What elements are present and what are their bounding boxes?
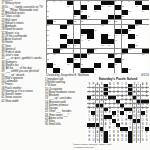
grid-cell[interactable]: [60, 5, 66, 9]
grid-cell[interactable]: [115, 25, 121, 29]
cell-number: 40: [115, 34, 117, 36]
cell-number: 61: [142, 53, 144, 55]
block-cell: [53, 68, 59, 72]
grid-cell[interactable]: [122, 44, 128, 48]
block-cell: [87, 29, 93, 33]
grid-cell[interactable]: [128, 20, 134, 24]
grid-cell[interactable]: 71: [94, 68, 100, 72]
grid-cell[interactable]: 10: [67, 5, 73, 9]
grid-cell[interactable]: [142, 58, 148, 62]
block-cell: [60, 25, 66, 29]
grid-cell[interactable]: [67, 15, 73, 19]
cell-number: 34: [94, 29, 96, 31]
cell-number: 70: [60, 68, 62, 70]
grid-cell[interactable]: [60, 15, 66, 19]
block-cell: [128, 34, 134, 38]
cell-number: 43: [47, 39, 49, 41]
cell-number: 42: [135, 34, 137, 36]
grid-cell[interactable]: [87, 44, 93, 48]
grid-cell[interactable]: 57: [53, 54, 59, 58]
block-cell: [122, 68, 128, 72]
cell-number: 71: [94, 68, 96, 70]
grid-cell[interactable]: [142, 44, 148, 48]
cell-number: 64: [81, 58, 83, 60]
grid-cell[interactable]: [94, 34, 100, 38]
solved-puzzle-grid: SPASACRIDSLABTOLLMOOSETIDEODESBUNCOARIAP…: [87, 84, 149, 144]
grid-cell[interactable]: 12: [108, 5, 114, 9]
grid-cell[interactable]: [101, 63, 107, 67]
block-cell: [87, 68, 93, 72]
puzzle-date: 6/1/15: [141, 74, 149, 77]
grid-cell[interactable]: 17: [94, 10, 100, 14]
cell-number: 8: [129, 0, 130, 2]
cell-number: 30: [67, 24, 69, 26]
grid-cell[interactable]: 23: [122, 15, 128, 19]
cell-number: 36: [47, 34, 49, 36]
grid-cell[interactable]: [122, 25, 128, 29]
cell-number: 29: [47, 24, 49, 26]
grid-cell[interactable]: [128, 54, 134, 58]
grid-cell[interactable]: [115, 44, 121, 48]
grid-cell[interactable]: [142, 15, 148, 19]
grid-cell[interactable]: [53, 25, 59, 29]
block-cell: [81, 68, 87, 72]
grid-cell[interactable]: [135, 10, 141, 14]
cell-number: 12: [108, 5, 110, 7]
grid-cell[interactable]: 46: [115, 39, 121, 43]
crossword-page: 15 Mideast ruler16 Evicts17 Military for…: [0, 0, 150, 150]
grid-cell[interactable]: [47, 68, 53, 72]
grid-cell[interactable]: [60, 20, 66, 24]
block-cell: [101, 34, 107, 38]
grid-cell[interactable]: 44: [81, 39, 87, 43]
cell-number: 44: [81, 39, 83, 41]
grid-cell[interactable]: [108, 58, 114, 62]
cell-number: 11: [101, 5, 103, 7]
grid-cell[interactable]: [60, 10, 66, 14]
grid-cell[interactable]: 54: [94, 49, 100, 53]
grid-cell[interactable]: [81, 44, 87, 48]
grid-cell[interactable]: [67, 54, 73, 58]
grid-cell[interactable]: 32: [135, 25, 141, 29]
grid-cell[interactable]: 70: [60, 68, 66, 72]
grid-cell[interactable]: [87, 20, 93, 24]
grid-cell[interactable]: 13: [122, 5, 128, 9]
cell-number: 46: [115, 39, 117, 41]
byline-row: Created by Jacqueline E. Mathews 6/1/15: [46, 74, 149, 77]
cell-number: 7: [122, 0, 123, 2]
clue-62: 62 Shoe width: [2, 101, 45, 104]
grid-cell[interactable]: [81, 49, 87, 53]
grid-cell[interactable]: 55: [128, 49, 134, 53]
grid-cell[interactable]: 4: [74, 1, 80, 5]
grid-cell[interactable]: [53, 34, 59, 38]
grid-cell[interactable]: 67: [67, 63, 73, 67]
byline: Created by Jacqueline E. Mathews: [46, 74, 89, 77]
cell-number: 23: [122, 15, 124, 17]
grid-cell[interactable]: [108, 25, 114, 29]
grid-cell[interactable]: 20: [47, 15, 53, 19]
grid-cell[interactable]: [94, 58, 100, 62]
grid-cell[interactable]: 51: [108, 44, 114, 48]
cell-number: 37: [67, 34, 69, 36]
grid-cell[interactable]: [135, 15, 141, 19]
cell-number: 45: [88, 39, 90, 41]
grid-cell[interactable]: 63: [74, 58, 80, 62]
grid-cell[interactable]: 24: [53, 20, 59, 24]
grid-cell[interactable]: [67, 68, 73, 72]
grid-cell[interactable]: [94, 54, 100, 58]
block-cell: [47, 63, 53, 67]
clue-30: 30 Small bills: [45, 124, 86, 127]
grid-cell[interactable]: 65: [122, 58, 128, 62]
grid-cell[interactable]: 11: [101, 5, 107, 9]
grid-cell[interactable]: [101, 49, 107, 53]
grid-cell[interactable]: 18: [128, 10, 134, 14]
copyright-line-2: All Rights Reserved.: [73, 147, 143, 150]
cell-number: 65: [122, 58, 124, 60]
grid-cell[interactable]: [60, 58, 66, 62]
grid-cell[interactable]: 59: [115, 54, 121, 58]
grid-cell[interactable]: [53, 39, 59, 43]
grid-cell[interactable]: 62: [47, 58, 53, 62]
grid-cell[interactable]: [53, 29, 59, 33]
grid-cell[interactable]: [74, 5, 80, 9]
cell-number: 60: [122, 53, 124, 55]
cell-number: 31: [101, 24, 103, 26]
cell-number: 50: [101, 44, 103, 46]
cell-number: 56: [47, 53, 49, 55]
grid-cell[interactable]: 69: [115, 63, 121, 67]
block-cell: [115, 5, 121, 9]
grid-cell[interactable]: 47: [47, 44, 53, 48]
cell-number: 69: [115, 63, 117, 65]
grid-cell[interactable]: [122, 20, 128, 24]
cell-number: 28: [115, 20, 117, 22]
grid-cell[interactable]: [101, 15, 107, 19]
grid-cell[interactable]: 2: [53, 1, 59, 5]
grid-cell[interactable]: 41: [122, 34, 128, 38]
cell-number: 27: [108, 20, 110, 22]
solved-puzzle-heading: Saturday's Puzzle Solved: [87, 78, 149, 81]
grid-cell[interactable]: [108, 49, 114, 53]
grid-cell[interactable]: [135, 58, 141, 62]
solved-letter-cell: S: [145, 139, 149, 143]
grid-cell[interactable]: [128, 58, 134, 62]
cell-number: 59: [115, 53, 117, 55]
copyright-notice: ©2015 Tribune Content Agency, LLC All Ri…: [73, 144, 143, 150]
grid-cell[interactable]: [94, 1, 100, 5]
grid-cell[interactable]: 28: [115, 20, 121, 24]
grid-cell[interactable]: [74, 29, 80, 33]
cell-number: 53: [60, 48, 62, 50]
grid-cell[interactable]: [142, 29, 148, 33]
grid-cell[interactable]: [101, 58, 107, 62]
grid-cell[interactable]: [74, 49, 80, 53]
cell-number: 15: [47, 10, 49, 12]
grid-cell[interactable]: [128, 15, 134, 19]
grid-cell[interactable]: 31: [101, 25, 107, 29]
grid-cell[interactable]: [53, 5, 59, 9]
grid-cell[interactable]: 61: [142, 54, 148, 58]
grid-cell[interactable]: [87, 63, 93, 67]
grid-cell[interactable]: [135, 54, 141, 58]
grid-cell[interactable]: 66: [53, 63, 59, 67]
grid-cell[interactable]: [81, 25, 87, 29]
cell-number: 17: [94, 10, 96, 12]
grid-cell[interactable]: 37: [67, 34, 73, 38]
cell-number: 10: [67, 5, 69, 7]
grid-cell[interactable]: [101, 29, 107, 33]
grid-cell[interactable]: 35: [128, 29, 134, 33]
cell-number: 14: [135, 5, 137, 7]
cell-number: 51: [108, 44, 110, 46]
clue-number: 62: [2, 100, 6, 103]
grid-cell[interactable]: [101, 54, 107, 58]
grid-cell[interactable]: 53: [60, 49, 66, 53]
grid-cell[interactable]: [94, 15, 100, 19]
grid-cell[interactable]: [87, 58, 93, 62]
grid-cell[interactable]: [101, 10, 107, 14]
block-cell: [108, 63, 114, 67]
grid-cell[interactable]: 45: [87, 39, 93, 43]
grid-cell[interactable]: [60, 54, 66, 58]
grid-cell[interactable]: 48: [67, 44, 73, 48]
cell-number: 24: [54, 20, 56, 22]
grid-cell[interactable]: 6: [115, 1, 121, 5]
grid-cell[interactable]: [81, 1, 87, 5]
cell-number: 52: [135, 44, 137, 46]
crossword-grid: 1234567891011121314151617181920212223242…: [46, 0, 149, 73]
grid-cell[interactable]: [87, 5, 93, 9]
cell-number: 26: [81, 20, 83, 22]
cell-number: 22: [88, 15, 90, 17]
cell-number: 21: [74, 15, 76, 17]
cell-number: 3: [60, 0, 61, 2]
grid-cell[interactable]: [60, 29, 66, 33]
cell-number: 39: [108, 34, 110, 36]
grid-cell[interactable]: [142, 34, 148, 38]
grid-cell[interactable]: 72: [128, 68, 134, 72]
cell-number: 54: [94, 48, 96, 50]
cell-number: 4: [74, 0, 75, 2]
cell-number: 5: [88, 0, 89, 2]
cell-number: 68: [81, 63, 83, 65]
grid-cell[interactable]: 26: [81, 20, 87, 24]
grid-cell[interactable]: 8: [128, 1, 134, 5]
cell-number: 58: [88, 53, 90, 55]
grid-cell[interactable]: [74, 25, 80, 29]
cell-number: 62: [47, 58, 49, 60]
grid-cell[interactable]: [87, 25, 93, 29]
grid-cell[interactable]: [108, 10, 114, 14]
grid-cell[interactable]: [74, 34, 80, 38]
grid-cell[interactable]: [142, 25, 148, 29]
grid-cell[interactable]: [122, 39, 128, 43]
grid-cell[interactable]: [53, 10, 59, 14]
grid-cell[interactable]: 3: [60, 1, 66, 5]
grid-cell[interactable]: [128, 39, 134, 43]
down-clues-list: 1 Impudent talk2 Eyelid swelling3 To boo…: [45, 79, 86, 128]
grid-cell[interactable]: 27: [108, 20, 114, 24]
grid-cell[interactable]: 49: [74, 44, 80, 48]
grid-cell[interactable]: [115, 68, 121, 72]
grid-cell[interactable]: 5: [87, 1, 93, 5]
block-cell: [108, 54, 114, 58]
cell-number: 19: [142, 10, 144, 12]
grid-cell[interactable]: [67, 49, 73, 53]
grid-cell[interactable]: 30: [67, 25, 73, 29]
cell-number: 47: [47, 44, 49, 46]
cell-number: 41: [122, 34, 124, 36]
grid-cell[interactable]: [142, 39, 148, 43]
cell-number: 63: [74, 58, 76, 60]
grid-cell[interactable]: [115, 10, 121, 14]
cell-number: 16: [81, 10, 83, 12]
grid-cell[interactable]: [94, 20, 100, 24]
grid-cell[interactable]: [53, 44, 59, 48]
grid-cell[interactable]: 39: [108, 34, 114, 38]
grid-cell[interactable]: 19: [142, 10, 148, 14]
grid-cell[interactable]: [67, 10, 73, 14]
cell-number: 13: [122, 5, 124, 7]
grid-cell[interactable]: [108, 68, 114, 72]
grid-cell[interactable]: [101, 68, 107, 72]
grid-cell[interactable]: [122, 63, 128, 67]
grid-cell[interactable]: 52: [135, 44, 141, 48]
grid-cell[interactable]: [135, 49, 141, 53]
cell-number: 2: [54, 0, 55, 2]
cell-number: 67: [67, 63, 69, 65]
grid-cell[interactable]: [142, 20, 148, 24]
grid-cell[interactable]: [135, 63, 141, 67]
grid-cell[interactable]: 16: [81, 10, 87, 14]
cell-number: 1: [47, 0, 48, 2]
grid-cell[interactable]: 14: [135, 5, 141, 9]
cell-number: 20: [47, 15, 49, 17]
grid-cell[interactable]: [135, 68, 141, 72]
grid-cell[interactable]: 50: [101, 44, 107, 48]
cell-number: 33: [47, 29, 49, 31]
grid-cell[interactable]: 58: [87, 54, 93, 58]
cell-number: 35: [129, 29, 131, 31]
grid-cell[interactable]: [94, 39, 100, 43]
cell-number: 25: [74, 20, 76, 22]
cell-number: 18: [129, 10, 131, 12]
cell-number: 49: [74, 44, 76, 46]
cell-number: 48: [67, 44, 69, 46]
grid-cell[interactable]: 68: [81, 63, 87, 67]
cell-number: 57: [54, 53, 56, 55]
block-cell: [74, 63, 80, 67]
grid-cell[interactable]: 42: [135, 34, 141, 38]
grid-cell[interactable]: 34: [94, 29, 100, 33]
cell-number: 6: [115, 0, 116, 2]
cell-number: 9: [47, 5, 48, 7]
cell-number: 55: [129, 48, 131, 50]
across-clues-list: 15 Mideast ruler16 Evicts17 Military for…: [2, 0, 45, 104]
cell-number: 38: [81, 34, 83, 36]
grid-cell[interactable]: [142, 1, 148, 5]
cell-number: 72: [129, 68, 131, 70]
clue-number: 30: [45, 123, 49, 126]
grid-cell[interactable]: 22: [87, 15, 93, 19]
cell-number: 66: [54, 63, 56, 65]
grid-cell[interactable]: 25: [74, 20, 80, 24]
grid-cell[interactable]: [74, 68, 80, 72]
cell-number: 32: [135, 24, 137, 26]
grid-cell[interactable]: [142, 63, 148, 67]
block-cell: [60, 34, 66, 38]
grid-cell[interactable]: [142, 68, 148, 72]
grid-cell[interactable]: [60, 39, 66, 43]
